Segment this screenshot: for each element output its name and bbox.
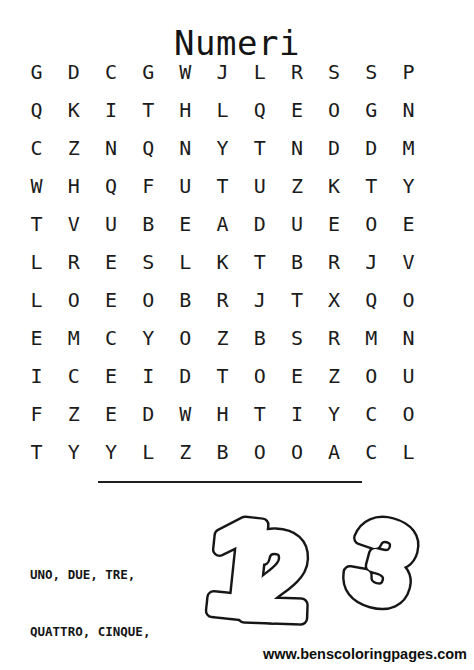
grid-cell: Y — [204, 129, 241, 167]
grid-cell: O — [353, 357, 390, 395]
grid-cell: E — [92, 395, 129, 433]
grid-cell: R — [316, 243, 353, 281]
grid-cell: N — [278, 129, 315, 167]
word-list-line: UNO, DUE, TRE, — [30, 565, 158, 584]
grid-cell: O — [278, 433, 315, 471]
grid-cell: O — [241, 433, 278, 471]
grid-cell: H — [55, 167, 92, 205]
grid-cell: V — [390, 243, 427, 281]
grid-cell: B — [167, 281, 204, 319]
grid-cell: U — [390, 357, 427, 395]
grid-cell: I — [18, 357, 55, 395]
grid-cell: A — [316, 433, 353, 471]
grid-cell: U — [167, 167, 204, 205]
grid-cell: R — [55, 243, 92, 281]
grid-cell: M — [55, 319, 92, 357]
grid-cell: J — [204, 53, 241, 91]
grid-cell: E — [92, 243, 129, 281]
grid-cell: D — [55, 53, 92, 91]
grid-cell: N — [390, 91, 427, 129]
grid-cell: W — [167, 395, 204, 433]
grid-cell: Y — [55, 433, 92, 471]
grid-cell: Z — [316, 357, 353, 395]
grid-cell: E — [316, 205, 353, 243]
grid-cell: W — [18, 167, 55, 205]
grid-cell: Q — [241, 91, 278, 129]
grid-cell: L — [390, 433, 427, 471]
divider-line — [98, 481, 362, 483]
grid-cell: X — [316, 281, 353, 319]
grid-cell: C — [353, 433, 390, 471]
grid-cell: I — [278, 395, 315, 433]
grid-cell: I — [92, 91, 129, 129]
grid-cell: I — [130, 357, 167, 395]
grid-cell: V — [55, 205, 92, 243]
grid-cell: C — [92, 53, 129, 91]
grid-cell: E — [92, 281, 129, 319]
grid-cell: T — [241, 243, 278, 281]
grid-cell: G — [130, 53, 167, 91]
grid-cell: Z — [278, 167, 315, 205]
numbers-123-illustration: 2 1 3 2 1 3 — [196, 486, 454, 640]
grid-cell: E — [167, 205, 204, 243]
grid-cell: B — [204, 433, 241, 471]
grid-cell: J — [241, 281, 278, 319]
grid-cell: T — [130, 91, 167, 129]
grid-cell: R — [316, 319, 353, 357]
grid-cell: O — [353, 205, 390, 243]
digit-1-fill: 1 — [201, 492, 289, 640]
grid-cell: Y — [316, 395, 353, 433]
grid-cell: E — [278, 357, 315, 395]
grid-cell: R — [278, 53, 315, 91]
grid-cell: J — [353, 243, 390, 281]
grid-cell: E — [92, 357, 129, 395]
grid-cell: S — [353, 53, 390, 91]
grid-cell: N — [92, 129, 129, 167]
website-url: www.benscoloringpages.com — [263, 646, 467, 662]
grid-cell: T — [278, 281, 315, 319]
grid-cell: L — [241, 53, 278, 91]
digit-3-fill: 3 — [336, 494, 429, 631]
grid-cell: K — [316, 167, 353, 205]
grid-cell: D — [316, 129, 353, 167]
grid-cell: L — [167, 243, 204, 281]
grid-cell: G — [18, 53, 55, 91]
grid-cell: H — [204, 395, 241, 433]
grid-cell: M — [390, 129, 427, 167]
grid-cell: L — [18, 281, 55, 319]
grid-cell: F — [18, 395, 55, 433]
grid-cell: C — [55, 357, 92, 395]
grid-cell: Z — [55, 129, 92, 167]
grid-cell: N — [167, 129, 204, 167]
grid-cell: T — [241, 395, 278, 433]
grid-cell: U — [241, 167, 278, 205]
grid-cell: L — [204, 91, 241, 129]
grid-cell: S — [130, 243, 167, 281]
grid-cell: P — [390, 53, 427, 91]
grid-cell: U — [278, 205, 315, 243]
grid-cell: O — [316, 91, 353, 129]
grid-cell: T — [241, 129, 278, 167]
grid-cell: O — [130, 281, 167, 319]
grid-cell: M — [353, 319, 390, 357]
word-search-grid: GDCGWJLRSSPQKITHLQEOGNCZNQNYTNDDMWHQFUTU… — [18, 53, 427, 471]
grid-cell: O — [390, 395, 427, 433]
grid-cell: B — [278, 243, 315, 281]
grid-cell: Z — [204, 319, 241, 357]
grid-cell: E — [278, 91, 315, 129]
grid-cell: T — [204, 357, 241, 395]
grid-cell: Q — [92, 167, 129, 205]
grid-cell: Y — [92, 433, 129, 471]
grid-cell: W — [167, 53, 204, 91]
grid-cell: C — [92, 319, 129, 357]
grid-cell: D — [130, 395, 167, 433]
grid-cell: T — [18, 433, 55, 471]
grid-cell: C — [353, 395, 390, 433]
grid-cell: T — [204, 167, 241, 205]
grid-cell: S — [316, 53, 353, 91]
grid-cell: D — [241, 205, 278, 243]
grid-cell: H — [167, 91, 204, 129]
grid-cell: T — [353, 167, 390, 205]
grid-cell: Z — [167, 433, 204, 471]
grid-cell: B — [130, 205, 167, 243]
grid-cell: Y — [130, 319, 167, 357]
grid-cell: D — [167, 357, 204, 395]
grid-cell: A — [204, 205, 241, 243]
grid-cell: Q — [18, 91, 55, 129]
grid-cell: O — [390, 281, 427, 319]
grid-cell: U — [92, 205, 129, 243]
grid-cell: D — [353, 129, 390, 167]
grid-cell: F — [130, 167, 167, 205]
grid-cell: Q — [353, 281, 390, 319]
grid-cell: O — [241, 357, 278, 395]
grid-cell: C — [18, 129, 55, 167]
grid-cell: B — [241, 319, 278, 357]
grid-cell: O — [167, 319, 204, 357]
grid-cell: S — [278, 319, 315, 357]
grid-cell: O — [55, 281, 92, 319]
grid-cell: Q — [130, 129, 167, 167]
grid-cell: K — [204, 243, 241, 281]
grid-cell: R — [204, 281, 241, 319]
grid-cell: Z — [55, 395, 92, 433]
grid-cell: T — [18, 205, 55, 243]
word-list-line: QUATTRO, CINQUE, — [30, 622, 158, 641]
grid-cell: G — [353, 91, 390, 129]
grid-cell: L — [18, 243, 55, 281]
grid-cell: L — [130, 433, 167, 471]
grid-cell: N — [390, 319, 427, 357]
word-list: UNO, DUE, TRE, QUATTRO, CINQUE, SEI, SET… — [30, 527, 158, 670]
worksheet-page: Numeri GDCGWJLRSSPQKITHLQEOGNCZNQNYTNDDM… — [0, 0, 474, 670]
grid-cell: E — [390, 205, 427, 243]
grid-cell: K — [55, 91, 92, 129]
grid-cell: E — [18, 319, 55, 357]
grid-cell: Y — [390, 167, 427, 205]
